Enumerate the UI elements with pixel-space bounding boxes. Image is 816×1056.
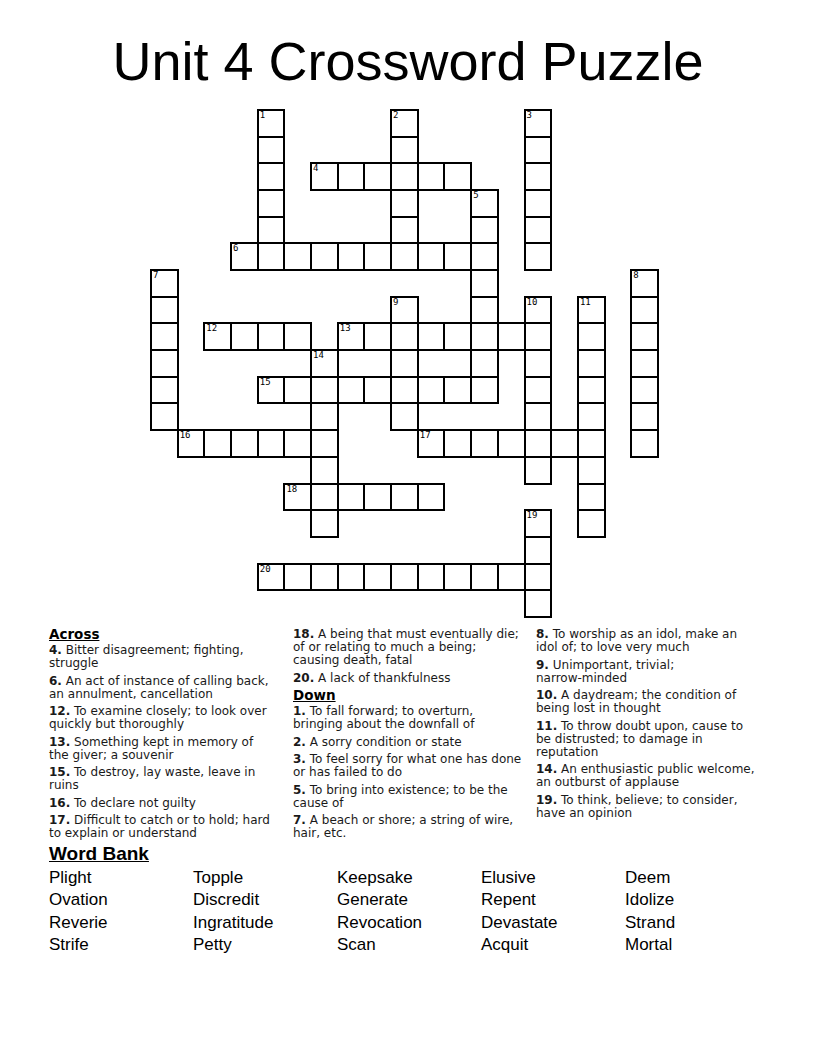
- clue-number-label: 5: [473, 190, 478, 200]
- clue-down-14: 14. An enthusiastic public welcome, an o…: [536, 763, 761, 789]
- grid-cell-r8c0[interactable]: [150, 322, 179, 351]
- grid-cell-r7c16[interactable]: 11: [577, 296, 606, 325]
- grid-cell-r14c16[interactable]: [577, 483, 606, 512]
- grid-cell-r17c5[interactable]: [283, 563, 312, 592]
- grid-cell-r13c16[interactable]: [577, 456, 606, 485]
- word-bank-word: Ingratitude: [193, 912, 337, 934]
- grid-cell-r2c11[interactable]: [443, 162, 472, 191]
- clue-number-label: 12: [206, 323, 217, 333]
- word-bank-word: Discredit: [193, 889, 337, 911]
- grid-cell-r12c2[interactable]: [203, 429, 232, 458]
- grid-cell-r11c9[interactable]: [390, 402, 419, 431]
- grid-cell-r17c11[interactable]: [443, 563, 472, 592]
- word-bank-word: Repent: [481, 889, 625, 911]
- grid-cell-r16c14[interactable]: [524, 536, 553, 565]
- grid-cell-r7c18[interactable]: [630, 296, 659, 325]
- grid-cell-r12c1[interactable]: 16: [177, 429, 206, 458]
- clue-across-6: 6. An act of instance of calling back, a…: [49, 675, 274, 701]
- clue-down-9: 9. Unimportant, trivial; narrow‑minded: [536, 659, 761, 685]
- clue-down-7: 7. A beach or shore; a string of wire, h…: [293, 814, 525, 840]
- grid-cell-r18c14[interactable]: [524, 589, 553, 618]
- grid-cell-r10c11[interactable]: [443, 376, 472, 405]
- clue-down-3: 3. To feel sorry for what one has done o…: [293, 753, 525, 779]
- clue-number-label: 8: [633, 270, 638, 280]
- down-heading: Down: [293, 689, 525, 702]
- word-bank-word: Mortal: [625, 934, 769, 956]
- grid-cell-r10c14[interactable]: [524, 376, 553, 405]
- grid-cell-r11c14[interactable]: [524, 402, 553, 431]
- grid-cell-r9c18[interactable]: [630, 349, 659, 378]
- grid-cell-r12c6[interactable]: [310, 429, 339, 458]
- grid-cell-r0c9[interactable]: 2: [390, 109, 419, 138]
- grid-cell-r17c7[interactable]: [337, 563, 366, 592]
- word-bank-word: Topple: [193, 867, 337, 889]
- grid-cell-r9c12[interactable]: [470, 349, 499, 378]
- word-bank-word: Strand: [625, 912, 769, 934]
- grid-cell-r2c8[interactable]: [363, 162, 392, 191]
- grid-cell-r9c9[interactable]: [390, 349, 419, 378]
- grid-cell-r11c6[interactable]: [310, 402, 339, 431]
- grid-cell-r3c9[interactable]: [390, 189, 419, 218]
- clue-across-15: 15. To destroy, lay waste, leave in ruin…: [49, 766, 274, 792]
- grid-cell-r10c4[interactable]: 15: [257, 376, 286, 405]
- grid-cell-r2c6[interactable]: 4: [310, 162, 339, 191]
- grid-cell-r2c14[interactable]: [524, 162, 553, 191]
- clue-across-13: 13. Something kept in memory of the give…: [49, 736, 274, 762]
- clue-number-label: 6: [233, 243, 238, 253]
- clues-column-right: 8. To worship as an idol, make an idol o…: [536, 628, 761, 824]
- word-bank-word: Reverie: [49, 912, 193, 934]
- grid-cell-r8c16[interactable]: [577, 322, 606, 351]
- page-title: Unit 4 Crossword Puzzle: [0, 30, 816, 92]
- grid-cell-r17c12[interactable]: [470, 563, 499, 592]
- grid-cell-r8c3[interactable]: [230, 322, 259, 351]
- clue-across-4: 4. Bitter disagreement; fighting, strugg…: [49, 644, 274, 670]
- word-bank-word: Deem: [625, 867, 769, 889]
- clue-number-label: 9: [393, 297, 398, 307]
- grid-cell-r8c2[interactable]: 12: [203, 322, 232, 351]
- grid-cell-r5c9[interactable]: [390, 242, 419, 271]
- word-bank-word: Devastate: [481, 912, 625, 934]
- grid-cell-r9c16[interactable]: [577, 349, 606, 378]
- grid-cell-r4c4[interactable]: [257, 216, 286, 245]
- clue-across-20: 20. A lack of thankfulness: [293, 672, 525, 685]
- grid-cell-r12c15[interactable]: [550, 429, 579, 458]
- grid-cell-r6c0[interactable]: 7: [150, 269, 179, 298]
- grid-cell-r3c4[interactable]: [257, 189, 286, 218]
- grid-cell-r2c4[interactable]: [257, 162, 286, 191]
- grid-cell-r10c12[interactable]: [470, 376, 499, 405]
- clue-number-label: 13: [340, 323, 351, 333]
- grid-cell-r12c16[interactable]: [577, 429, 606, 458]
- grid-cell-r5c5[interactable]: [283, 242, 312, 271]
- clue-number-label: 20: [260, 564, 271, 574]
- grid-cell-r17c14[interactable]: [524, 563, 553, 592]
- word-bank-word: Generate: [337, 889, 481, 911]
- word-bank-word: Ovation: [49, 889, 193, 911]
- grid-cell-r8c11[interactable]: [443, 322, 472, 351]
- word-bank-word: Petty: [193, 934, 337, 956]
- grid-cell-r17c9[interactable]: [390, 563, 419, 592]
- grid-cell-r17c6[interactable]: [310, 563, 339, 592]
- grid-cell-r14c6[interactable]: [310, 483, 339, 512]
- clue-down-19: 19. To think, believe; to consider, have…: [536, 794, 761, 820]
- word-bank-word: Idolize: [625, 889, 769, 911]
- word-bank-word: Plight: [49, 867, 193, 889]
- clue-across-16: 16. To declare not guilty: [49, 797, 274, 810]
- grid-cell-r0c14[interactable]: 3: [524, 109, 553, 138]
- word-bank-word: Acquit: [481, 934, 625, 956]
- grid-cell-r8c4[interactable]: [257, 322, 286, 351]
- crossword-grid: 1234567891011121314151617181920: [151, 110, 659, 618]
- grid-cell-r12c11[interactable]: [443, 429, 472, 458]
- grid-cell-r10c5[interactable]: [283, 376, 312, 405]
- grid-cell-r6c12[interactable]: [470, 269, 499, 298]
- grid-cell-r9c0[interactable]: [150, 349, 179, 378]
- clue-down-2: 2. A sorry condition or state: [293, 736, 525, 749]
- grid-cell-r2c7[interactable]: [337, 162, 366, 191]
- clue-number-label: 1: [260, 110, 265, 120]
- grid-cell-r10c10[interactable]: [417, 376, 446, 405]
- grid-cell-r5c14[interactable]: [524, 242, 553, 271]
- grid-cell-r8c18[interactable]: [630, 322, 659, 351]
- clue-down-10: 10. A daydream; the condition of being l…: [536, 689, 761, 715]
- grid-cell-r5c4[interactable]: [257, 242, 286, 271]
- grid-cell-r13c14[interactable]: [524, 456, 553, 485]
- grid-cell-r15c6[interactable]: [310, 509, 339, 538]
- word-bank-word: Strife: [49, 934, 193, 956]
- word-bank-word: Scan: [337, 934, 481, 956]
- grid-cell-r8c9[interactable]: [390, 322, 419, 351]
- clue-across-17: 17. Difficult to catch or to hold; hard …: [49, 814, 274, 840]
- grid-cell-r3c12[interactable]: 5: [470, 189, 499, 218]
- grid-cell-r5c6[interactable]: [310, 242, 339, 271]
- grid-cell-r14c5[interactable]: 18: [283, 483, 312, 512]
- grid-cell-r12c10[interactable]: 17: [417, 429, 446, 458]
- across-heading: Across: [49, 628, 274, 641]
- grid-cell-r5c7[interactable]: [337, 242, 366, 271]
- grid-cell-r0c4[interactable]: 1: [257, 109, 286, 138]
- grid-cell-r8c10[interactable]: [417, 322, 446, 351]
- grid-cell-r7c14[interactable]: 10: [524, 296, 553, 325]
- grid-cell-r1c9[interactable]: [390, 136, 419, 165]
- grid-cell-r10c16[interactable]: [577, 376, 606, 405]
- word-bank-word: Elusive: [481, 867, 625, 889]
- clue-number-label: 10: [527, 297, 538, 307]
- grid-cell-r1c4[interactable]: [257, 136, 286, 165]
- word-bank-title: Word Bank: [49, 843, 149, 864]
- clue-number-label: 16: [180, 430, 191, 440]
- grid-cell-r1c14[interactable]: [524, 136, 553, 165]
- grid-cell-r2c10[interactable]: [417, 162, 446, 191]
- clue-down-8: 8. To worship as an idol, make an idol o…: [536, 628, 761, 654]
- clue-across-18: 18. A being that must eventually die; of…: [293, 628, 525, 667]
- grid-cell-r12c14[interactable]: [524, 429, 553, 458]
- grid-cell-r3c14[interactable]: [524, 189, 553, 218]
- grid-cell-r14c9[interactable]: [390, 483, 419, 512]
- clue-number-label: 4: [313, 163, 318, 173]
- grid-cell-r8c13[interactable]: [497, 322, 526, 351]
- grid-cell-r17c4[interactable]: 20: [257, 563, 286, 592]
- grid-cell-r15c14[interactable]: 19: [524, 509, 553, 538]
- grid-cell-r12c13[interactable]: [497, 429, 526, 458]
- grid-cell-r8c8[interactable]: [363, 322, 392, 351]
- grid-cell-r8c14[interactable]: [524, 322, 553, 351]
- grid-cell-r4c14[interactable]: [524, 216, 553, 245]
- grid-cell-r11c16[interactable]: [577, 402, 606, 431]
- grid-cell-r10c18[interactable]: [630, 376, 659, 405]
- grid-cell-r15c16[interactable]: [577, 509, 606, 538]
- grid-cell-r17c8[interactable]: [363, 563, 392, 592]
- grid-cell-r5c10[interactable]: [417, 242, 446, 271]
- grid-cell-r11c18[interactable]: [630, 402, 659, 431]
- grid-cell-r14c7[interactable]: [337, 483, 366, 512]
- grid-cell-r17c13[interactable]: [497, 563, 526, 592]
- clues-column-left: Across4. Bitter disagreement; fighting, …: [49, 628, 274, 845]
- grid-cell-r8c12[interactable]: [470, 322, 499, 351]
- clue-number-label: 7: [153, 270, 158, 280]
- clues-column-middle: 18. A being that must eventually die; of…: [293, 628, 525, 845]
- grid-cell-r13c6[interactable]: [310, 456, 339, 485]
- clue-number-label: 2: [393, 110, 398, 120]
- grid-cell-r12c3[interactable]: [230, 429, 259, 458]
- grid-cell-r10c8[interactable]: [363, 376, 392, 405]
- clue-down-5: 5. To bring into existence; to be the ca…: [293, 784, 525, 810]
- clue-number-label: 15: [260, 377, 271, 387]
- clue-number-label: 11: [580, 297, 591, 307]
- grid-cell-r5c3[interactable]: 6: [230, 242, 259, 271]
- grid-cell-r5c8[interactable]: [363, 242, 392, 271]
- word-bank-word: Keepsake: [337, 867, 481, 889]
- grid-cell-r5c11[interactable]: [443, 242, 472, 271]
- clue-number-label: 3: [527, 110, 532, 120]
- grid-cell-r7c12[interactable]: [470, 296, 499, 325]
- grid-cell-r6c18[interactable]: 8: [630, 269, 659, 298]
- grid-cell-r12c5[interactable]: [283, 429, 312, 458]
- grid-cell-r14c10[interactable]: [417, 483, 446, 512]
- grid-cell-r12c18[interactable]: [630, 429, 659, 458]
- word-bank-list: PlightToppleKeepsakeElusiveDeemOvationDi…: [49, 867, 769, 957]
- grid-cell-r4c12[interactable]: [470, 216, 499, 245]
- grid-cell-r7c0[interactable]: [150, 296, 179, 325]
- word-bank-word: Revocation: [337, 912, 481, 934]
- clue-down-1: 1. To fall forward; to overturn, bringin…: [293, 705, 525, 731]
- grid-cell-r10c9[interactable]: [390, 376, 419, 405]
- grid-cell-r9c6[interactable]: 14: [310, 349, 339, 378]
- clue-number-label: 14: [313, 350, 324, 360]
- grid-cell-r14c8[interactable]: [363, 483, 392, 512]
- grid-cell-r2c9[interactable]: [390, 162, 419, 191]
- grid-cell-r12c12[interactable]: [470, 429, 499, 458]
- grid-cell-r8c5[interactable]: [283, 322, 312, 351]
- clue-number-label: 18: [286, 484, 297, 494]
- grid-cell-r10c7[interactable]: [337, 376, 366, 405]
- grid-cell-r7c9[interactable]: 9: [390, 296, 419, 325]
- grid-cell-r10c0[interactable]: [150, 376, 179, 405]
- grid-cell-r8c7[interactable]: 13: [337, 322, 366, 351]
- grid-cell-r10c6[interactable]: [310, 376, 339, 405]
- grid-cell-r12c4[interactable]: [257, 429, 286, 458]
- grid-cell-r11c0[interactable]: [150, 402, 179, 431]
- grid-cell-r9c14[interactable]: [524, 349, 553, 378]
- clue-across-12: 12. To examine closely; to look over qui…: [49, 705, 274, 731]
- grid-cell-r4c9[interactable]: [390, 216, 419, 245]
- clue-number-label: 17: [420, 430, 431, 440]
- clue-number-label: 19: [527, 510, 538, 520]
- clue-down-11: 11. To throw doubt upon, cause to be dis…: [536, 720, 761, 759]
- grid-cell-r17c10[interactable]: [417, 563, 446, 592]
- grid-cell-r5c12[interactable]: [470, 242, 499, 271]
